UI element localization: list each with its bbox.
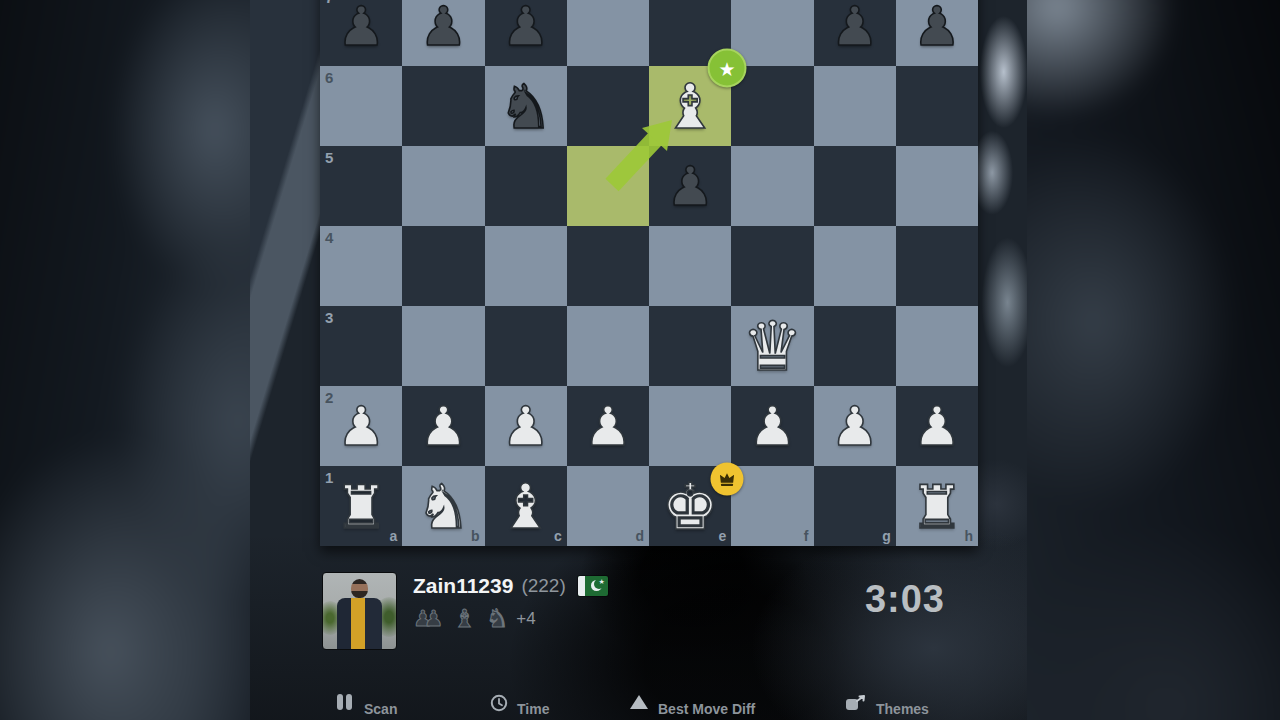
square-g6[interactable] (814, 66, 896, 146)
captured-black-bishop: ♝ (453, 605, 475, 633)
rank-label-5: 5 (325, 150, 333, 165)
white-king-e1[interactable]: ♚ (649, 466, 731, 546)
white-pawn-b2[interactable]: ♟ (402, 386, 484, 466)
square-d3[interactable] (567, 306, 649, 386)
scan-icon (337, 694, 355, 714)
avatar-body (337, 598, 382, 650)
blurred-letterbox-left (0, 0, 250, 720)
square-g3[interactable] (814, 306, 896, 386)
player-rating: (222) (521, 575, 565, 597)
blurred-letterbox-right (1027, 0, 1280, 720)
square-h1[interactable]: h♜ (896, 466, 978, 546)
square-h6[interactable] (896, 66, 978, 146)
white-pawn-d2[interactable]: ♟ (567, 386, 649, 466)
best-move-diff-button[interactable]: Best Move Diff (629, 690, 755, 717)
square-h2[interactable]: ♟ (896, 386, 978, 466)
file-label-d: d (635, 529, 644, 543)
file-label-g: g (882, 529, 891, 543)
square-c7[interactable]: ♟ (485, 0, 567, 66)
square-d6[interactable] (567, 66, 649, 146)
pakistan-flag-icon: ★ (578, 576, 608, 596)
black-pawn-a7[interactable]: ♟ (320, 0, 402, 66)
white-knight-b1[interactable]: ♞ (402, 466, 484, 546)
square-b3[interactable] (402, 306, 484, 386)
white-pawn-g2[interactable]: ♟ (814, 386, 896, 466)
black-knight-c6[interactable]: ♞ (485, 66, 567, 146)
video-frame: 87♟♟♟♟♟6♞♝5♟43♛2♟♟♟♟♟♟♟1a♜b♞c♝de♚fgh♜ ★ (0, 0, 1280, 720)
square-a6[interactable]: 6 (320, 66, 402, 146)
square-h4[interactable] (896, 226, 978, 306)
review-toolbar: Scan Time Best Move Diff Themes (250, 690, 1027, 720)
white-pawn-c2[interactable]: ♟ (485, 386, 567, 466)
square-a1[interactable]: 1a♜ (320, 466, 402, 546)
square-d4[interactable] (567, 226, 649, 306)
black-pawn-b7[interactable]: ♟ (402, 0, 484, 66)
square-e3[interactable] (649, 306, 731, 386)
square-g5[interactable] (814, 146, 896, 226)
square-a5[interactable]: 5 (320, 146, 402, 226)
avatar-face (351, 579, 368, 598)
square-d7[interactable] (567, 0, 649, 66)
rank-label-3: 3 (325, 310, 333, 325)
black-pawn-h7[interactable]: ♟ (896, 0, 978, 66)
square-c5[interactable] (485, 146, 567, 226)
square-e6[interactable]: ♝ (649, 66, 731, 146)
square-c3[interactable] (485, 306, 567, 386)
square-a2[interactable]: 2♟ (320, 386, 402, 466)
file-label-f: f (804, 529, 809, 543)
black-pawn-e5[interactable]: ♟ (649, 146, 731, 226)
square-e4[interactable] (649, 226, 731, 306)
square-e5[interactable]: ♟ (649, 146, 731, 226)
best-move-diff-icon (629, 694, 649, 714)
time-button[interactable]: Time (490, 690, 549, 717)
square-c6[interactable]: ♞ (485, 66, 567, 146)
square-f1[interactable]: f (731, 466, 813, 546)
captured-black-knight: ♞ (486, 605, 508, 633)
square-b1[interactable]: b♞ (402, 466, 484, 546)
square-h3[interactable] (896, 306, 978, 386)
black-pawn-c7[interactable]: ♟ (485, 0, 567, 66)
rank-label-6: 6 (325, 70, 333, 85)
square-e7[interactable] (649, 0, 731, 66)
square-f2[interactable]: ♟ (731, 386, 813, 466)
player-card: Zain11239 (222) ★ ♟ ♟ ♝ ♞ +4 3:03 (250, 556, 1027, 686)
white-rook-h1[interactable]: ♜ (896, 466, 978, 546)
chess-board[interactable]: 87♟♟♟♟♟6♞♝5♟43♛2♟♟♟♟♟♟♟1a♜b♞c♝de♚fgh♜ ★ (320, 0, 978, 546)
square-d2[interactable]: ♟ (567, 386, 649, 466)
square-h7[interactable]: ♟ (896, 0, 978, 66)
white-bishop-e6[interactable]: ♝ (649, 66, 731, 146)
white-pawn-f2[interactable]: ♟ (731, 386, 813, 466)
white-queen-f3[interactable]: ♛ (731, 306, 813, 386)
captured-pieces-tray: ♟ ♟ ♝ ♞ +4 (413, 605, 608, 633)
square-c2[interactable]: ♟ (485, 386, 567, 466)
app-screen: 87♟♟♟♟♟6♞♝5♟43♛2♟♟♟♟♟♟♟1a♜b♞c♝de♚fgh♜ ★ (250, 0, 1027, 720)
player-avatar[interactable] (322, 572, 397, 650)
square-b6[interactable] (402, 66, 484, 146)
scan-button[interactable]: Scan (337, 690, 397, 717)
square-f7[interactable] (731, 0, 813, 66)
square-c4[interactable] (485, 226, 567, 306)
square-h5[interactable] (896, 146, 978, 226)
square-f6[interactable] (731, 66, 813, 146)
material-advantage: +4 (516, 609, 535, 629)
time-icon (490, 694, 508, 716)
square-b4[interactable] (402, 226, 484, 306)
player-name[interactable]: Zain11239 (413, 574, 513, 598)
square-c1[interactable]: c♝ (485, 466, 567, 546)
square-e2[interactable] (649, 386, 731, 466)
themes-icon (845, 694, 867, 716)
square-f5[interactable] (731, 146, 813, 226)
square-g7[interactable]: ♟ (814, 0, 896, 66)
square-g4[interactable] (814, 226, 896, 306)
rank-label-4: 4 (325, 230, 333, 245)
square-d5[interactable] (567, 146, 649, 226)
white-pawn-a2[interactable]: ♟ (320, 386, 402, 466)
square-g1[interactable]: g (814, 466, 896, 546)
square-f4[interactable] (731, 226, 813, 306)
captured-black-pawn: ♟ (424, 605, 444, 633)
themes-button[interactable]: Themes (845, 690, 929, 717)
black-pawn-g7[interactable]: ♟ (814, 0, 896, 66)
white-rook-a1[interactable]: ♜ (320, 466, 402, 546)
white-pawn-h2[interactable]: ♟ (896, 386, 978, 466)
square-a7[interactable]: 7♟ (320, 0, 402, 66)
square-g2[interactable]: ♟ (814, 386, 896, 466)
square-e1[interactable]: e♚ (649, 466, 731, 546)
white-bishop-c1[interactable]: ♝ (485, 466, 567, 546)
player-clock: 3:03 (865, 578, 945, 621)
square-a3[interactable]: 3 (320, 306, 402, 386)
square-b7[interactable]: ♟ (402, 0, 484, 66)
square-d1[interactable]: d (567, 466, 649, 546)
square-b5[interactable] (402, 146, 484, 226)
square-f3[interactable]: ♛ (731, 306, 813, 386)
square-b2[interactable]: ♟ (402, 386, 484, 466)
square-a4[interactable]: 4 (320, 226, 402, 306)
